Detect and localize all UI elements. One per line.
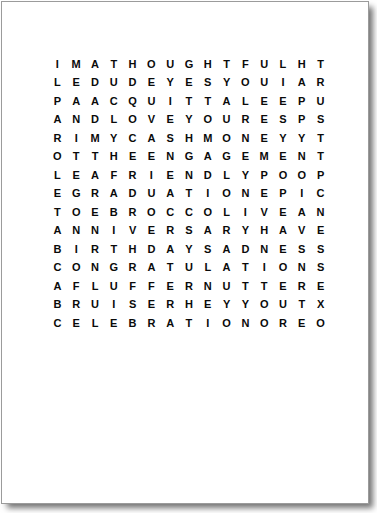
page-background: IMATHOUGHTFULHTLEDUDEYESYOUIARPAACQUITTA… bbox=[0, 0, 377, 513]
grid-cell-r7c13: O bbox=[274, 166, 293, 185]
grid-cell-r12c10: A bbox=[217, 259, 236, 278]
grid-cell-r8c10: O bbox=[217, 185, 236, 204]
grid-cell-r1c12: U bbox=[255, 55, 274, 74]
grid-cell-r8c15: C bbox=[311, 185, 330, 204]
grid-cell-r14c2: R bbox=[67, 296, 86, 315]
grid-cell-r2c9: S bbox=[198, 74, 217, 93]
word-search-card: IMATHOUGHTFULHTLEDUDEYESYOUIARPAACQUITTA… bbox=[1, 1, 369, 504]
grid-cell-r11c13: E bbox=[274, 240, 293, 259]
grid-cell-r6c5: E bbox=[123, 148, 142, 167]
grid-cell-r7c11: Y bbox=[236, 166, 255, 185]
grid-cell-r12c3: N bbox=[86, 259, 105, 278]
grid-cell-r6c14: N bbox=[292, 148, 311, 167]
grid-cell-r6c15: T bbox=[311, 148, 330, 167]
grid-cell-r4c4: L bbox=[104, 111, 123, 130]
grid-cell-r14c3: U bbox=[86, 296, 105, 315]
grid-cell-r8c14: I bbox=[292, 185, 311, 204]
grid-cell-r3c14: P bbox=[292, 92, 311, 111]
grid-cell-r10c12: H bbox=[255, 222, 274, 241]
grid-cell-r11c9: S bbox=[198, 240, 217, 259]
grid-cell-r15c4: E bbox=[104, 314, 123, 333]
grid-cell-r12c9: L bbox=[198, 259, 217, 278]
grid-cell-r9c12: V bbox=[255, 203, 274, 222]
grid-cell-r4c12: E bbox=[255, 111, 274, 130]
grid-cell-r3c9: T bbox=[198, 92, 217, 111]
grid-cell-r13c4: U bbox=[104, 277, 123, 296]
grid-cell-r5c15: T bbox=[311, 129, 330, 148]
grid-cell-r7c15: P bbox=[311, 166, 330, 185]
grid-cell-r8c2: G bbox=[67, 185, 86, 204]
grid-cell-r15c8: T bbox=[180, 314, 199, 333]
grid-cell-r10c7: R bbox=[161, 222, 180, 241]
grid-cell-r11c1: B bbox=[48, 240, 67, 259]
grid-cell-r7c2: E bbox=[67, 166, 86, 185]
grid-cell-r2c14: A bbox=[292, 74, 311, 93]
grid-cell-r4c10: U bbox=[217, 111, 236, 130]
grid-cell-r9c15: N bbox=[311, 203, 330, 222]
grid-cell-r1c15: T bbox=[311, 55, 330, 74]
grid-cell-r3c8: T bbox=[180, 92, 199, 111]
grid-cell-r6c10: G bbox=[217, 148, 236, 167]
grid-cell-r13c14: R bbox=[292, 277, 311, 296]
grid-cell-r2c12: U bbox=[255, 74, 274, 93]
grid-cell-r6c12: M bbox=[255, 148, 274, 167]
grid-cell-r1c5: H bbox=[123, 55, 142, 74]
grid-cell-r7c12: P bbox=[255, 166, 274, 185]
grid-cell-r9c6: O bbox=[142, 203, 161, 222]
grid-cell-r14c8: H bbox=[180, 296, 199, 315]
grid-cell-r11c3: R bbox=[86, 240, 105, 259]
grid-cell-r11c7: A bbox=[161, 240, 180, 259]
grid-cell-r10c3: N bbox=[86, 222, 105, 241]
grid-cell-r12c5: R bbox=[123, 259, 142, 278]
grid-cell-r15c3: L bbox=[86, 314, 105, 333]
grid-cell-r10c11: Y bbox=[236, 222, 255, 241]
grid-cell-r13c3: L bbox=[86, 277, 105, 296]
grid-cell-r3c12: E bbox=[255, 92, 274, 111]
grid-cell-r1c2: M bbox=[67, 55, 86, 74]
grid-cell-r14c4: I bbox=[104, 296, 123, 315]
grid-cell-r15c9: I bbox=[198, 314, 217, 333]
grid-cell-r8c3: R bbox=[86, 185, 105, 204]
grid-cell-r8c8: T bbox=[180, 185, 199, 204]
grid-cell-r3c1: P bbox=[48, 92, 67, 111]
grid-cell-r5c1: R bbox=[48, 129, 67, 148]
grid-cell-r9c1: T bbox=[48, 203, 67, 222]
grid-cell-r12c12: I bbox=[255, 259, 274, 278]
grid-cell-r4c1: A bbox=[48, 111, 67, 130]
grid-cell-r10c1: A bbox=[48, 222, 67, 241]
grid-cell-r2c3: D bbox=[86, 74, 105, 93]
grid-cell-r2c6: E bbox=[142, 74, 161, 93]
grid-cell-r7c6: I bbox=[142, 166, 161, 185]
grid-cell-r14c11: Y bbox=[236, 296, 255, 315]
grid-cell-r8c5: D bbox=[123, 185, 142, 204]
grid-cell-r9c4: B bbox=[104, 203, 123, 222]
grid-cell-r13c6: F bbox=[142, 277, 161, 296]
grid-cell-r8c13: P bbox=[274, 185, 293, 204]
grid-cell-r3c10: A bbox=[217, 92, 236, 111]
grid-cell-r5c5: C bbox=[123, 129, 142, 148]
grid-cell-r12c7: T bbox=[161, 259, 180, 278]
grid-cell-r15c7: A bbox=[161, 314, 180, 333]
grid-cell-r7c9: D bbox=[198, 166, 217, 185]
grid-cell-r12c4: G bbox=[104, 259, 123, 278]
grid-cell-r3c2: A bbox=[67, 92, 86, 111]
grid-cell-r6c6: E bbox=[142, 148, 161, 167]
grid-cell-r7c10: L bbox=[217, 166, 236, 185]
grid-cell-r8c4: A bbox=[104, 185, 123, 204]
grid-cell-r2c8: E bbox=[180, 74, 199, 93]
grid-cell-r1c13: L bbox=[274, 55, 293, 74]
grid-cell-r10c13: A bbox=[274, 222, 293, 241]
grid-cell-r12c15: S bbox=[311, 259, 330, 278]
grid-cell-r2c4: U bbox=[104, 74, 123, 93]
grid-cell-r6c2: T bbox=[67, 148, 86, 167]
grid-cell-r10c10: R bbox=[217, 222, 236, 241]
grid-cell-r7c4: F bbox=[104, 166, 123, 185]
grid-cell-r3c4: C bbox=[104, 92, 123, 111]
grid-cell-r7c5: R bbox=[123, 166, 142, 185]
grid-cell-r8c12: E bbox=[255, 185, 274, 204]
grid-cell-r4c11: R bbox=[236, 111, 255, 130]
grid-cell-r6c1: O bbox=[48, 148, 67, 167]
grid-cell-r3c3: A bbox=[86, 92, 105, 111]
grid-cell-r13c2: F bbox=[67, 277, 86, 296]
grid-cell-r3c13: E bbox=[274, 92, 293, 111]
grid-cell-r5c9: M bbox=[198, 129, 217, 148]
grid-cell-r15c15: O bbox=[311, 314, 330, 333]
grid-cell-r15c11: N bbox=[236, 314, 255, 333]
grid-cell-r6c8: G bbox=[180, 148, 199, 167]
grid-cell-r5c4: Y bbox=[104, 129, 123, 148]
grid-cell-r4c8: Y bbox=[180, 111, 199, 130]
grid-cell-r6c9: A bbox=[198, 148, 217, 167]
grid-cell-r9c5: R bbox=[123, 203, 142, 222]
grid-cell-r11c2: I bbox=[67, 240, 86, 259]
grid-cell-r14c10: Y bbox=[217, 296, 236, 315]
grid-cell-r1c9: H bbox=[198, 55, 217, 74]
grid-cell-r14c6: E bbox=[142, 296, 161, 315]
grid-cell-r1c8: G bbox=[180, 55, 199, 74]
grid-cell-r1c11: F bbox=[236, 55, 255, 74]
grid-cell-r10c6: E bbox=[142, 222, 161, 241]
grid-cell-r5c11: N bbox=[236, 129, 255, 148]
grid-cell-r10c9: A bbox=[198, 222, 217, 241]
grid-cell-r9c9: O bbox=[198, 203, 217, 222]
grid-cell-r14c12: O bbox=[255, 296, 274, 315]
grid-cell-r15c10: O bbox=[217, 314, 236, 333]
grid-cell-r5c7: S bbox=[161, 129, 180, 148]
grid-cell-r4c13: S bbox=[274, 111, 293, 130]
grid-cell-r4c6: V bbox=[142, 111, 161, 130]
grid-cell-r8c7: A bbox=[161, 185, 180, 204]
grid-cell-r14c5: S bbox=[123, 296, 142, 315]
grid-cell-r12c1: C bbox=[48, 259, 67, 278]
grid-cell-r15c2: E bbox=[67, 314, 86, 333]
grid-cell-r13c15: E bbox=[311, 277, 330, 296]
grid-cell-r11c4: T bbox=[104, 240, 123, 259]
grid-cell-r6c13: E bbox=[274, 148, 293, 167]
grid-cell-r11c15: S bbox=[311, 240, 330, 259]
grid-cell-r7c7: E bbox=[161, 166, 180, 185]
grid-cell-r4c3: D bbox=[86, 111, 105, 130]
grid-cell-r9c11: I bbox=[236, 203, 255, 222]
grid-cell-r2c13: I bbox=[274, 74, 293, 93]
grid-cell-r14c13: U bbox=[274, 296, 293, 315]
grid-cell-r11c5: H bbox=[123, 240, 142, 259]
grid-cell-r2c2: E bbox=[67, 74, 86, 93]
grid-cell-r8c9: I bbox=[198, 185, 217, 204]
grid-cell-r7c8: N bbox=[180, 166, 199, 185]
grid-cell-r6c4: H bbox=[104, 148, 123, 167]
grid-cell-r9c8: C bbox=[180, 203, 199, 222]
grid-cell-r1c6: O bbox=[142, 55, 161, 74]
grid-cell-r10c5: V bbox=[123, 222, 142, 241]
grid-cell-r12c13: O bbox=[274, 259, 293, 278]
grid-cell-r10c4: I bbox=[104, 222, 123, 241]
grid-cell-r13c13: E bbox=[274, 277, 293, 296]
grid-cell-r1c4: T bbox=[104, 55, 123, 74]
grid-cell-r13c12: T bbox=[255, 277, 274, 296]
grid-cell-r9c14: A bbox=[292, 203, 311, 222]
grid-cell-r3c11: L bbox=[236, 92, 255, 111]
grid-cell-r12c11: T bbox=[236, 259, 255, 278]
grid-cell-r5c13: Y bbox=[274, 129, 293, 148]
grid-cell-r14c9: E bbox=[198, 296, 217, 315]
grid-cell-r9c13: E bbox=[274, 203, 293, 222]
grid-cell-r2c5: D bbox=[123, 74, 142, 93]
grid-cell-r6c7: N bbox=[161, 148, 180, 167]
grid-cell-r10c8: S bbox=[180, 222, 199, 241]
grid-cell-r15c14: E bbox=[292, 314, 311, 333]
grid-cell-r14c7: R bbox=[161, 296, 180, 315]
grid-cell-r2c10: Y bbox=[217, 74, 236, 93]
grid-cell-r14c15: X bbox=[311, 296, 330, 315]
grid-cell-r10c15: E bbox=[311, 222, 330, 241]
grid-cell-r13c8: R bbox=[180, 277, 199, 296]
grid-cell-r8c11: N bbox=[236, 185, 255, 204]
grid-cell-r10c2: N bbox=[67, 222, 86, 241]
grid-cell-r3c6: U bbox=[142, 92, 161, 111]
grid-cell-r13c5: F bbox=[123, 277, 142, 296]
grid-cell-r7c3: A bbox=[86, 166, 105, 185]
grid-cell-r15c5: B bbox=[123, 314, 142, 333]
grid-cell-r5c3: M bbox=[86, 129, 105, 148]
grid-cell-r12c8: U bbox=[180, 259, 199, 278]
grid-cell-r15c1: C bbox=[48, 314, 67, 333]
grid-cell-r4c14: P bbox=[292, 111, 311, 130]
grid-cell-r7c14: O bbox=[292, 166, 311, 185]
grid-cell-r8c6: U bbox=[142, 185, 161, 204]
grid-cell-r13c10: U bbox=[217, 277, 236, 296]
grid-cell-r7c1: L bbox=[48, 166, 67, 185]
grid-cell-r13c11: T bbox=[236, 277, 255, 296]
grid-cell-r8c1: E bbox=[48, 185, 67, 204]
grid-cell-r6c11: E bbox=[236, 148, 255, 167]
letter-grid: IMATHOUGHTFULHTLEDUDEYESYOUIARPAACQUITTA… bbox=[48, 55, 330, 333]
grid-cell-r2c11: O bbox=[236, 74, 255, 93]
grid-cell-r15c12: O bbox=[255, 314, 274, 333]
grid-cell-r1c3: A bbox=[86, 55, 105, 74]
grid-cell-r2c7: Y bbox=[161, 74, 180, 93]
grid-cell-r14c14: T bbox=[292, 296, 311, 315]
grid-cell-r5c10: O bbox=[217, 129, 236, 148]
grid-cell-r3c7: I bbox=[161, 92, 180, 111]
grid-cell-r1c7: U bbox=[161, 55, 180, 74]
grid-cell-r9c2: O bbox=[67, 203, 86, 222]
grid-cell-r11c8: Y bbox=[180, 240, 199, 259]
grid-cell-r12c14: N bbox=[292, 259, 311, 278]
grid-cell-r3c15: U bbox=[311, 92, 330, 111]
grid-cell-r2c15: R bbox=[311, 74, 330, 93]
grid-cell-r5c2: I bbox=[67, 129, 86, 148]
grid-cell-r11c6: D bbox=[142, 240, 161, 259]
grid-cell-r5c12: E bbox=[255, 129, 274, 148]
grid-cell-r15c6: R bbox=[142, 314, 161, 333]
grid-cell-r11c10: A bbox=[217, 240, 236, 259]
grid-cell-r3c5: Q bbox=[123, 92, 142, 111]
grid-cell-r5c8: H bbox=[180, 129, 199, 148]
grid-cell-r13c9: N bbox=[198, 277, 217, 296]
grid-cell-r11c11: D bbox=[236, 240, 255, 259]
grid-cell-r1c1: I bbox=[48, 55, 67, 74]
grid-cell-r15c13: R bbox=[274, 314, 293, 333]
grid-cell-r5c14: Y bbox=[292, 129, 311, 148]
grid-cell-r1c14: H bbox=[292, 55, 311, 74]
grid-cell-r1c10: T bbox=[217, 55, 236, 74]
grid-cell-r14c1: B bbox=[48, 296, 67, 315]
grid-cell-r10c14: V bbox=[292, 222, 311, 241]
grid-cell-r4c15: S bbox=[311, 111, 330, 130]
grid-cell-r4c5: O bbox=[123, 111, 142, 130]
grid-cell-r2c1: L bbox=[48, 74, 67, 93]
grid-cell-r13c7: E bbox=[161, 277, 180, 296]
grid-cell-r6c3: T bbox=[86, 148, 105, 167]
grid-cell-r9c7: C bbox=[161, 203, 180, 222]
grid-cell-r5c6: A bbox=[142, 129, 161, 148]
grid-cell-r12c6: A bbox=[142, 259, 161, 278]
grid-cell-r11c14: S bbox=[292, 240, 311, 259]
grid-cell-r4c2: N bbox=[67, 111, 86, 130]
grid-cell-r9c10: L bbox=[217, 203, 236, 222]
grid-cell-r13c1: A bbox=[48, 277, 67, 296]
grid-cell-r11c12: N bbox=[255, 240, 274, 259]
grid-cell-r4c9: O bbox=[198, 111, 217, 130]
grid-cell-r4c7: E bbox=[161, 111, 180, 130]
grid-cell-r12c2: O bbox=[67, 259, 86, 278]
grid-cell-r9c3: E bbox=[86, 203, 105, 222]
